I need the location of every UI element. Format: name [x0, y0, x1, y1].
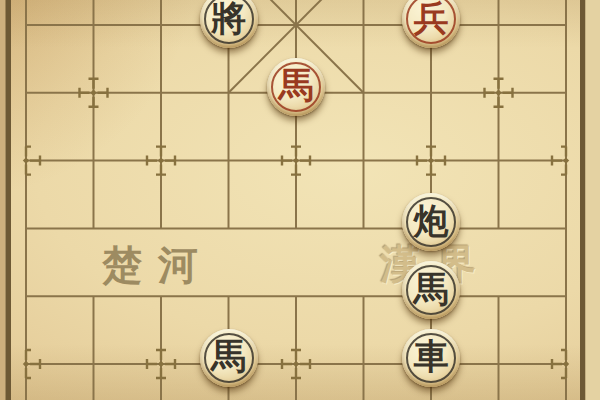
- piece-layer: 將兵馬炮馬馬車: [0, 0, 600, 392]
- piece-glyph: 馬: [211, 339, 246, 374]
- piece-glyph: 將: [211, 1, 246, 36]
- black-horse-left[interactable]: 馬: [200, 329, 258, 387]
- piece-glyph: 車: [414, 339, 449, 374]
- black-cannon[interactable]: 炮: [402, 193, 460, 251]
- piece-glyph: 馬: [414, 272, 449, 307]
- red-horse[interactable]: 馬: [267, 58, 325, 116]
- black-horse-right[interactable]: 馬: [402, 261, 460, 319]
- piece-glyph: 炮: [414, 204, 449, 239]
- black-general[interactable]: 將: [200, 0, 258, 48]
- piece-glyph: 馬: [279, 68, 314, 103]
- piece-glyph: 兵: [414, 1, 449, 36]
- xiangqi-board[interactable]: 楚河 漢界 將兵馬炮馬馬車: [0, 0, 600, 400]
- black-chariot[interactable]: 車: [402, 329, 460, 387]
- red-soldier[interactable]: 兵: [402, 0, 460, 48]
